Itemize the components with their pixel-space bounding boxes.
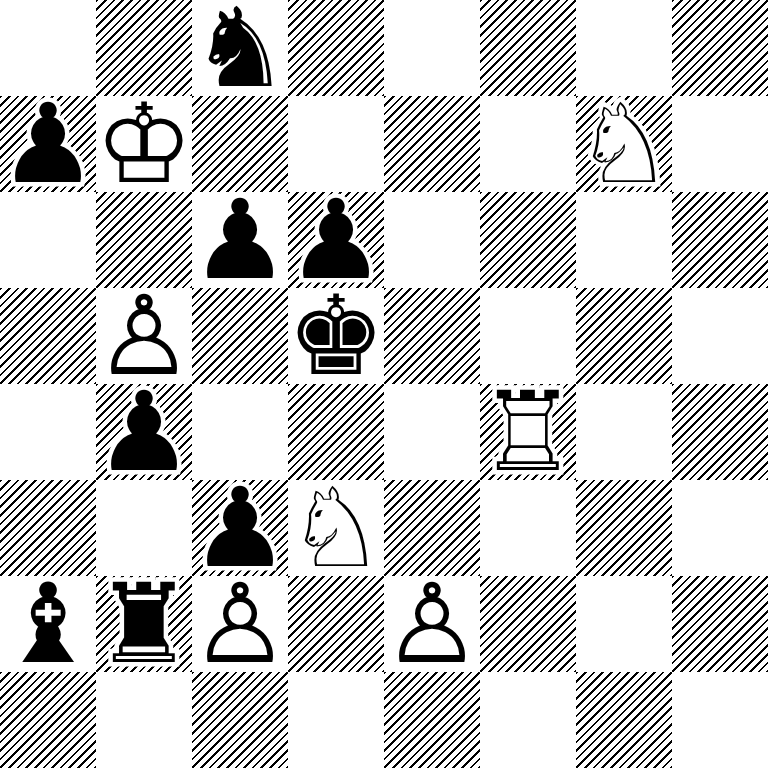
square-b3[interactable] (96, 480, 192, 576)
square-a7[interactable]: ♟♟ (0, 96, 96, 192)
square-f2[interactable] (480, 576, 576, 672)
black-king-halo: ♚ (288, 288, 384, 384)
white-pawn-glyph: ♙ (192, 576, 288, 672)
black-pawn-halo: ♟ (192, 192, 288, 288)
square-e7[interactable] (384, 96, 480, 192)
black-rook-glyph: ♜ (96, 576, 192, 672)
piece-black-bishop: ♝♝ (0, 576, 96, 672)
chess-board: ♞♞♟♟♚♔♞♘♟♟♟♟♟♙♚♚♟♟♜♖♟♟♞♘♝♝♜♜♟♙♟♙ (0, 0, 768, 768)
square-e3[interactable] (384, 480, 480, 576)
square-h4[interactable] (672, 384, 768, 480)
square-a5[interactable] (0, 288, 96, 384)
square-e5[interactable] (384, 288, 480, 384)
black-pawn-halo: ♟ (0, 96, 96, 192)
square-c6[interactable]: ♟♟ (192, 192, 288, 288)
square-e4[interactable] (384, 384, 480, 480)
square-h2[interactable] (672, 576, 768, 672)
square-e6[interactable] (384, 192, 480, 288)
square-d2[interactable] (288, 576, 384, 672)
square-d3[interactable]: ♞♘ (288, 480, 384, 576)
black-pawn-glyph: ♟ (96, 384, 192, 480)
black-knight-halo: ♞ (192, 0, 288, 96)
square-a2[interactable]: ♝♝ (0, 576, 96, 672)
white-knight-halo: ♞ (576, 96, 672, 192)
square-h5[interactable] (672, 288, 768, 384)
black-knight-glyph: ♞ (192, 0, 288, 96)
piece-black-king: ♚♚ (288, 288, 384, 384)
piece-black-pawn: ♟♟ (96, 384, 192, 480)
square-c2[interactable]: ♟♙ (192, 576, 288, 672)
piece-white-pawn: ♟♙ (192, 576, 288, 672)
square-g5[interactable] (576, 288, 672, 384)
white-knight-glyph: ♘ (576, 96, 672, 192)
piece-white-king: ♚♔ (96, 96, 192, 192)
square-g7[interactable]: ♞♘ (576, 96, 672, 192)
square-a4[interactable] (0, 384, 96, 480)
square-b8[interactable] (96, 0, 192, 96)
square-d4[interactable] (288, 384, 384, 480)
piece-white-pawn: ♟♙ (96, 288, 192, 384)
white-king-halo: ♚ (96, 96, 192, 192)
square-f5[interactable] (480, 288, 576, 384)
square-c7[interactable] (192, 96, 288, 192)
square-d1[interactable] (288, 672, 384, 768)
square-c4[interactable] (192, 384, 288, 480)
piece-white-rook: ♜♖ (480, 384, 576, 480)
black-pawn-halo: ♟ (192, 480, 288, 576)
square-a8[interactable] (0, 0, 96, 96)
white-pawn-glyph: ♙ (96, 288, 192, 384)
piece-black-pawn: ♟♟ (0, 96, 96, 192)
piece-white-knight: ♞♘ (576, 96, 672, 192)
white-rook-glyph: ♖ (480, 384, 576, 480)
piece-black-pawn: ♟♟ (192, 192, 288, 288)
square-c1[interactable] (192, 672, 288, 768)
square-f3[interactable] (480, 480, 576, 576)
piece-black-knight: ♞♞ (192, 0, 288, 96)
square-a3[interactable] (0, 480, 96, 576)
square-e1[interactable] (384, 672, 480, 768)
square-b5[interactable]: ♟♙ (96, 288, 192, 384)
square-g3[interactable] (576, 480, 672, 576)
black-pawn-glyph: ♟ (288, 192, 384, 288)
black-pawn-halo: ♟ (288, 192, 384, 288)
square-g1[interactable] (576, 672, 672, 768)
black-bishop-halo: ♝ (0, 576, 96, 672)
square-g8[interactable] (576, 0, 672, 96)
white-rook-halo: ♜ (480, 384, 576, 480)
square-h7[interactable] (672, 96, 768, 192)
white-pawn-halo: ♟ (384, 576, 480, 672)
square-c8[interactable]: ♞♞ (192, 0, 288, 96)
square-h1[interactable] (672, 672, 768, 768)
black-pawn-glyph: ♟ (192, 192, 288, 288)
white-pawn-glyph: ♙ (384, 576, 480, 672)
square-a1[interactable] (0, 672, 96, 768)
square-h8[interactable] (672, 0, 768, 96)
piece-white-pawn: ♟♙ (384, 576, 480, 672)
square-g2[interactable] (576, 576, 672, 672)
square-g4[interactable] (576, 384, 672, 480)
piece-black-rook: ♜♜ (96, 576, 192, 672)
square-c3[interactable]: ♟♟ (192, 480, 288, 576)
square-f6[interactable] (480, 192, 576, 288)
square-d7[interactable] (288, 96, 384, 192)
square-d6[interactable]: ♟♟ (288, 192, 384, 288)
piece-black-pawn: ♟♟ (288, 192, 384, 288)
square-f7[interactable] (480, 96, 576, 192)
piece-white-knight: ♞♘ (288, 480, 384, 576)
square-h6[interactable] (672, 192, 768, 288)
square-b7[interactable]: ♚♔ (96, 96, 192, 192)
square-c5[interactable] (192, 288, 288, 384)
piece-black-pawn: ♟♟ (192, 480, 288, 576)
square-a6[interactable] (0, 192, 96, 288)
square-f8[interactable] (480, 0, 576, 96)
square-e2[interactable]: ♟♙ (384, 576, 480, 672)
square-b1[interactable] (96, 672, 192, 768)
square-b2[interactable]: ♜♜ (96, 576, 192, 672)
black-king-glyph: ♚ (288, 288, 384, 384)
square-d8[interactable] (288, 0, 384, 96)
square-b6[interactable] (96, 192, 192, 288)
white-king-glyph: ♔ (96, 96, 192, 192)
square-b4[interactable]: ♟♟ (96, 384, 192, 480)
square-d5[interactable]: ♚♚ (288, 288, 384, 384)
square-h3[interactable] (672, 480, 768, 576)
square-g6[interactable] (576, 192, 672, 288)
black-pawn-glyph: ♟ (192, 480, 288, 576)
white-pawn-halo: ♟ (192, 576, 288, 672)
black-rook-halo: ♜ (96, 576, 192, 672)
white-knight-halo: ♞ (288, 480, 384, 576)
square-f4[interactable]: ♜♖ (480, 384, 576, 480)
square-e8[interactable] (384, 0, 480, 96)
white-pawn-halo: ♟ (96, 288, 192, 384)
black-pawn-halo: ♟ (96, 384, 192, 480)
black-bishop-glyph: ♝ (0, 576, 96, 672)
white-knight-glyph: ♘ (288, 480, 384, 576)
black-pawn-glyph: ♟ (0, 96, 96, 192)
square-f1[interactable] (480, 672, 576, 768)
